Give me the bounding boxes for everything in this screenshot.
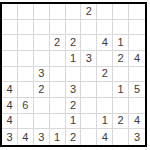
cell-r2c2[interactable] (34, 35, 50, 51)
cell-r4c5[interactable] (81, 67, 97, 83)
cell-r1c4[interactable] (66, 20, 82, 36)
cell-r0c8[interactable] (129, 4, 145, 20)
cell-r3c0[interactable] (2, 51, 18, 67)
cell-r4c8[interactable] (129, 67, 145, 83)
cell-r2c0[interactable] (2, 35, 18, 51)
cell-r6c3[interactable] (50, 98, 66, 114)
cell-r4c1[interactable] (18, 67, 34, 83)
cell-r1c8[interactable] (129, 20, 145, 36)
cell-r7c8-clue: 4 (129, 114, 145, 130)
cell-r6c6[interactable] (97, 98, 113, 114)
cell-r7c4-clue: 1 (66, 114, 82, 130)
cell-r8c4-clue: 2 (66, 129, 82, 145)
cell-r3c2[interactable] (34, 51, 50, 67)
cell-r8c6-clue: 4 (97, 129, 113, 145)
cell-r5c4-clue: 3 (66, 82, 82, 98)
cell-r6c1-clue: 6 (18, 98, 34, 114)
cell-r4c0[interactable] (2, 67, 18, 83)
cell-r7c1[interactable] (18, 114, 34, 130)
cell-r3c4-clue: 1 (66, 51, 82, 67)
cell-r8c1-clue: 4 (18, 129, 34, 145)
cell-r5c6[interactable] (97, 82, 113, 98)
cell-r0c7[interactable] (113, 4, 129, 20)
cell-r5c7-clue: 1 (113, 82, 129, 98)
cell-r6c8[interactable] (129, 98, 145, 114)
cell-r6c7[interactable] (113, 98, 129, 114)
cell-r4c6-clue: 2 (97, 67, 113, 83)
cell-r0c4[interactable] (66, 4, 82, 20)
puzzle-page: 2224113243242315462411243431243 (0, 0, 150, 150)
cell-r2c7-clue: 1 (113, 35, 129, 51)
cell-r2c6-clue: 4 (97, 35, 113, 51)
cell-r5c0-clue: 4 (2, 82, 18, 98)
cell-r3c1[interactable] (18, 51, 34, 67)
cell-r4c7[interactable] (113, 67, 129, 83)
cell-r3c5-clue: 3 (81, 51, 97, 67)
cell-r3c7-clue: 2 (113, 51, 129, 67)
cell-r4c4[interactable] (66, 67, 82, 83)
cell-r8c7[interactable] (113, 129, 129, 145)
cell-r1c1[interactable] (18, 20, 34, 36)
cell-r7c7-clue: 2 (113, 114, 129, 130)
cell-r7c3[interactable] (50, 114, 66, 130)
cell-r0c2[interactable] (34, 4, 50, 20)
cell-r8c8-clue: 3 (129, 129, 145, 145)
cell-r0c3[interactable] (50, 4, 66, 20)
cell-r0c6[interactable] (97, 4, 113, 20)
cell-r6c0-clue: 4 (2, 98, 18, 114)
cell-r1c3[interactable] (50, 20, 66, 36)
cell-r6c2[interactable] (34, 98, 50, 114)
cell-r2c8[interactable] (129, 35, 145, 51)
cell-r1c0[interactable] (2, 20, 18, 36)
cell-r8c0-clue: 3 (2, 129, 18, 145)
cell-r5c3[interactable] (50, 82, 66, 98)
cell-r1c7[interactable] (113, 20, 129, 36)
cell-r2c5[interactable] (81, 35, 97, 51)
cell-r1c2[interactable] (34, 20, 50, 36)
cell-r5c5[interactable] (81, 82, 97, 98)
cell-r8c2-clue: 3 (34, 129, 50, 145)
cell-r7c6-clue: 1 (97, 114, 113, 130)
cell-r2c1[interactable] (18, 35, 34, 51)
cell-r0c5-clue: 2 (81, 4, 97, 20)
cell-r0c0[interactable] (2, 4, 18, 20)
cell-r1c5[interactable] (81, 20, 97, 36)
cell-r6c5[interactable] (81, 98, 97, 114)
cell-r2c3-clue: 2 (50, 35, 66, 51)
cell-r7c2[interactable] (34, 114, 50, 130)
cell-r4c3[interactable] (50, 67, 66, 83)
cell-r3c6[interactable] (97, 51, 113, 67)
cell-r3c3[interactable] (50, 51, 66, 67)
cell-r0c1[interactable] (18, 4, 34, 20)
cell-r8c5[interactable] (81, 129, 97, 145)
cell-r7c5[interactable] (81, 114, 97, 130)
cell-r7c0-clue: 4 (2, 114, 18, 130)
cell-r5c2-clue: 2 (34, 82, 50, 98)
cell-r1c6[interactable] (97, 20, 113, 36)
cell-r2c4-clue: 2 (66, 35, 82, 51)
cell-r6c4-clue: 2 (66, 98, 82, 114)
cell-r4c2-clue: 3 (34, 67, 50, 83)
cell-r5c1[interactable] (18, 82, 34, 98)
cell-r8c3-clue: 1 (50, 129, 66, 145)
cell-r3c8-clue: 4 (129, 51, 145, 67)
puzzle-board: 2224113243242315462411243431243 (0, 2, 147, 147)
cell-r5c8-clue: 5 (129, 82, 145, 98)
